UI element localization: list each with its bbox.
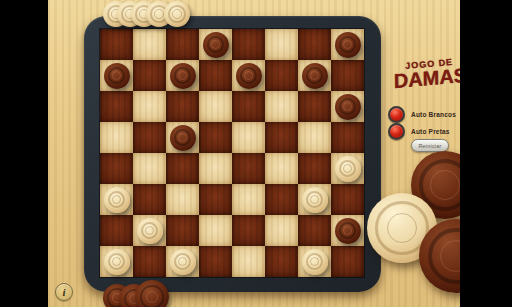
- dark-piece[interactable]: [335, 32, 361, 58]
- square-r8c2[interactable]: [133, 246, 166, 277]
- square-r6c2[interactable]: [133, 184, 166, 215]
- square-r4c3[interactable]: [166, 122, 199, 153]
- square-r4c5[interactable]: [232, 122, 265, 153]
- square-r7c3[interactable]: [166, 215, 199, 246]
- square-r6c5[interactable]: [232, 184, 265, 215]
- square-r3c7[interactable]: [298, 91, 331, 122]
- dark-piece[interactable]: [236, 63, 262, 89]
- square-r7c4[interactable]: [199, 215, 232, 246]
- board-frame: [84, 16, 381, 292]
- dark-piece[interactable]: [170, 125, 196, 151]
- letterbox-left: [0, 0, 48, 307]
- game-logo: JOGO DE DAMAS: [389, 56, 460, 92]
- square-r3c2[interactable]: [133, 91, 166, 122]
- logo-line2: DAMAS: [390, 65, 460, 91]
- dark-piece[interactable]: [170, 63, 196, 89]
- dark-piece[interactable]: [302, 63, 328, 89]
- square-r5c3[interactable]: [166, 153, 199, 184]
- light-piece[interactable]: [302, 249, 328, 275]
- square-r2c2[interactable]: [133, 60, 166, 91]
- light-piece[interactable]: [335, 156, 361, 182]
- square-r1c1[interactable]: [100, 29, 133, 60]
- auto-black-radio-icon[interactable]: [388, 123, 405, 140]
- board: [100, 29, 364, 277]
- square-r4c1[interactable]: [100, 122, 133, 153]
- square-r1c3[interactable]: [166, 29, 199, 60]
- square-r2c7[interactable]: [298, 60, 331, 91]
- square-r5c8[interactable]: [331, 153, 364, 184]
- square-r8c8[interactable]: [331, 246, 364, 277]
- square-r4c6[interactable]: [265, 122, 298, 153]
- auto-white-label: Auto Brancos: [411, 111, 456, 118]
- square-r5c7[interactable]: [298, 153, 331, 184]
- square-r6c3[interactable]: [166, 184, 199, 215]
- square-r5c2[interactable]: [133, 153, 166, 184]
- light-piece[interactable]: [104, 187, 130, 213]
- square-r7c5[interactable]: [232, 215, 265, 246]
- light-piece[interactable]: [104, 249, 130, 275]
- auto-white-option[interactable]: Auto Brancos: [388, 106, 456, 123]
- square-r2c4[interactable]: [199, 60, 232, 91]
- light-piece[interactable]: [170, 249, 196, 275]
- square-r6c1[interactable]: [100, 184, 133, 215]
- square-r2c1[interactable]: [100, 60, 133, 91]
- square-r3c1[interactable]: [100, 91, 133, 122]
- square-r4c8[interactable]: [331, 122, 364, 153]
- square-r7c7[interactable]: [298, 215, 331, 246]
- square-r8c7[interactable]: [298, 246, 331, 277]
- square-r1c5[interactable]: [232, 29, 265, 60]
- square-r6c8[interactable]: [331, 184, 364, 215]
- letterbox-right: [460, 0, 512, 307]
- square-r7c2[interactable]: [133, 215, 166, 246]
- square-r4c2[interactable]: [133, 122, 166, 153]
- square-r8c3[interactable]: [166, 246, 199, 277]
- square-r3c5[interactable]: [232, 91, 265, 122]
- square-r3c4[interactable]: [199, 91, 232, 122]
- square-r8c6[interactable]: [265, 246, 298, 277]
- square-r3c3[interactable]: [166, 91, 199, 122]
- square-r6c4[interactable]: [199, 184, 232, 215]
- square-r3c8[interactable]: [331, 91, 364, 122]
- square-r5c1[interactable]: [100, 153, 133, 184]
- square-r5c4[interactable]: [199, 153, 232, 184]
- square-r5c6[interactable]: [265, 153, 298, 184]
- dark-piece[interactable]: [335, 218, 361, 244]
- square-r5c5[interactable]: [232, 153, 265, 184]
- dark-piece[interactable]: [335, 94, 361, 120]
- square-r6c6[interactable]: [265, 184, 298, 215]
- square-r4c4[interactable]: [199, 122, 232, 153]
- square-r1c7[interactable]: [298, 29, 331, 60]
- square-r1c2[interactable]: [133, 29, 166, 60]
- square-r2c8[interactable]: [331, 60, 364, 91]
- dark-piece[interactable]: [203, 32, 229, 58]
- captured-light-piece: [164, 1, 190, 27]
- square-r6c7[interactable]: [298, 184, 331, 215]
- table-background: JOGO DE DAMAS Auto Brancos Auto Pretas R…: [48, 0, 460, 307]
- square-r1c8[interactable]: [331, 29, 364, 60]
- square-r7c8[interactable]: [331, 215, 364, 246]
- info-icon[interactable]: i: [55, 283, 73, 301]
- square-r8c4[interactable]: [199, 246, 232, 277]
- square-r4c7[interactable]: [298, 122, 331, 153]
- square-r7c1[interactable]: [100, 215, 133, 246]
- captured-dark-piece: [135, 280, 169, 307]
- square-r3c6[interactable]: [265, 91, 298, 122]
- square-r8c5[interactable]: [232, 246, 265, 277]
- auto-white-radio-icon[interactable]: [388, 106, 405, 123]
- square-r1c4[interactable]: [199, 29, 232, 60]
- square-r2c5[interactable]: [232, 60, 265, 91]
- light-piece[interactable]: [137, 218, 163, 244]
- auto-black-label: Auto Pretas: [411, 128, 450, 135]
- square-r8c1[interactable]: [100, 246, 133, 277]
- square-r1c6[interactable]: [265, 29, 298, 60]
- auto-black-option[interactable]: Auto Pretas: [388, 123, 450, 140]
- square-r2c6[interactable]: [265, 60, 298, 91]
- dark-piece[interactable]: [104, 63, 130, 89]
- light-piece[interactable]: [302, 187, 328, 213]
- square-r7c6[interactable]: [265, 215, 298, 246]
- app-window: JOGO DE DAMAS Auto Brancos Auto Pretas R…: [0, 0, 512, 307]
- square-r2c3[interactable]: [166, 60, 199, 91]
